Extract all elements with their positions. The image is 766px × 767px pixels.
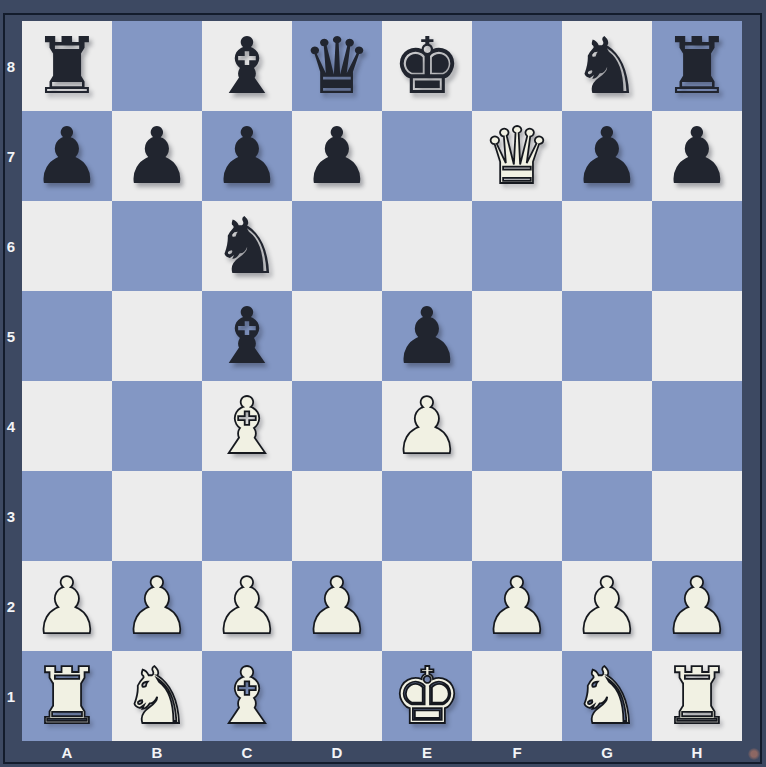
square-h7[interactable]: ♟: [652, 111, 742, 201]
square-f3[interactable]: [472, 471, 562, 561]
white-pawn[interactable]: ♟: [562, 561, 652, 651]
square-g5[interactable]: [562, 291, 652, 381]
square-c2[interactable]: ♟: [202, 561, 292, 651]
file-label-a: A: [22, 741, 112, 764]
square-d6[interactable]: [292, 201, 382, 291]
square-d4[interactable]: [292, 381, 382, 471]
white-bishop[interactable]: ♝: [202, 381, 292, 471]
square-a1[interactable]: ♜: [22, 651, 112, 741]
square-b3[interactable]: [112, 471, 202, 561]
black-pawn[interactable]: ♟: [112, 111, 202, 201]
square-c6[interactable]: ♞: [202, 201, 292, 291]
square-c3[interactable]: [202, 471, 292, 561]
rank-label-3: 3: [0, 471, 22, 561]
rank-label-4: 4: [0, 381, 22, 471]
file-label-h: H: [652, 741, 742, 764]
white-pawn[interactable]: ♟: [112, 561, 202, 651]
rank-label-8: 8: [0, 21, 22, 111]
rank-label-2: 2: [0, 561, 22, 651]
square-e1[interactable]: ♚: [382, 651, 472, 741]
white-rook[interactable]: ♜: [22, 651, 112, 741]
rank-labels: 87654321: [0, 21, 22, 741]
square-h6[interactable]: [652, 201, 742, 291]
square-g1[interactable]: ♞: [562, 651, 652, 741]
square-f2[interactable]: ♟: [472, 561, 562, 651]
black-king[interactable]: ♚: [382, 21, 472, 111]
file-label-b: B: [112, 741, 202, 764]
square-e2[interactable]: [382, 561, 472, 651]
file-label-e: E: [382, 741, 472, 764]
square-f8[interactable]: [472, 21, 562, 111]
white-knight[interactable]: ♞: [112, 651, 202, 741]
square-e8[interactable]: ♚: [382, 21, 472, 111]
square-e4[interactable]: ♟: [382, 381, 472, 471]
file-label-f: F: [472, 741, 562, 764]
black-pawn[interactable]: ♟: [22, 111, 112, 201]
square-h1[interactable]: ♜: [652, 651, 742, 741]
square-a4[interactable]: [22, 381, 112, 471]
square-e5[interactable]: ♟: [382, 291, 472, 381]
square-h4[interactable]: [652, 381, 742, 471]
square-d5[interactable]: [292, 291, 382, 381]
white-pawn[interactable]: ♟: [652, 561, 742, 651]
rank-label-6: 6: [0, 201, 22, 291]
square-f5[interactable]: [472, 291, 562, 381]
square-a2[interactable]: ♟: [22, 561, 112, 651]
square-c5[interactable]: ♝: [202, 291, 292, 381]
board: ♜♝♛♚♞♜♟♟♟♟♛♟♟♞♝♟♝♟♟♟♟♟♟♟♟♜♞♝♚♞♜: [22, 21, 742, 741]
square-g6[interactable]: [562, 201, 652, 291]
black-rook[interactable]: ♜: [652, 21, 742, 111]
black-queen[interactable]: ♛: [292, 21, 382, 111]
white-rook[interactable]: ♜: [652, 651, 742, 741]
square-h3[interactable]: [652, 471, 742, 561]
square-a6[interactable]: [22, 201, 112, 291]
black-pawn[interactable]: ♟: [652, 111, 742, 201]
square-d8[interactable]: ♛: [292, 21, 382, 111]
black-rook[interactable]: ♜: [22, 21, 112, 111]
square-a8[interactable]: ♜: [22, 21, 112, 111]
square-g4[interactable]: [562, 381, 652, 471]
square-h8[interactable]: ♜: [652, 21, 742, 111]
square-g3[interactable]: [562, 471, 652, 561]
square-h2[interactable]: ♟: [652, 561, 742, 651]
white-pawn[interactable]: ♟: [22, 561, 112, 651]
square-c4[interactable]: ♝: [202, 381, 292, 471]
square-e6[interactable]: [382, 201, 472, 291]
white-king[interactable]: ♚: [382, 651, 472, 741]
black-knight[interactable]: ♞: [562, 21, 652, 111]
file-label-d: D: [292, 741, 382, 764]
square-f6[interactable]: [472, 201, 562, 291]
square-b8[interactable]: [112, 21, 202, 111]
square-h5[interactable]: [652, 291, 742, 381]
black-bishop[interactable]: ♝: [202, 291, 292, 381]
black-pawn[interactable]: ♟: [562, 111, 652, 201]
square-f4[interactable]: [472, 381, 562, 471]
square-b5[interactable]: [112, 291, 202, 381]
square-b1[interactable]: ♞: [112, 651, 202, 741]
white-pawn[interactable]: ♟: [472, 561, 562, 651]
square-a3[interactable]: [22, 471, 112, 561]
square-g8[interactable]: ♞: [562, 21, 652, 111]
rank-label-5: 5: [0, 291, 22, 381]
square-c7[interactable]: ♟: [202, 111, 292, 201]
white-knight[interactable]: ♞: [562, 651, 652, 741]
white-queen[interactable]: ♛: [472, 111, 562, 201]
white-bishop[interactable]: ♝: [202, 651, 292, 741]
square-a7[interactable]: ♟: [22, 111, 112, 201]
corner-dot: [748, 748, 760, 760]
file-label-c: C: [202, 741, 292, 764]
square-b2[interactable]: ♟: [112, 561, 202, 651]
square-d3[interactable]: [292, 471, 382, 561]
square-f1[interactable]: [472, 651, 562, 741]
black-bishop[interactable]: ♝: [202, 21, 292, 111]
square-b4[interactable]: [112, 381, 202, 471]
rank-label-7: 7: [0, 111, 22, 201]
square-a5[interactable]: [22, 291, 112, 381]
black-pawn[interactable]: ♟: [202, 111, 292, 201]
black-pawn[interactable]: ♟: [292, 111, 382, 201]
square-g2[interactable]: ♟: [562, 561, 652, 651]
black-pawn[interactable]: ♟: [382, 291, 472, 381]
square-c1[interactable]: ♝: [202, 651, 292, 741]
square-e3[interactable]: [382, 471, 472, 561]
square-b7[interactable]: ♟: [112, 111, 202, 201]
file-labels: ABCDEFGH: [22, 741, 742, 764]
square-d1[interactable]: [292, 651, 382, 741]
square-g7[interactable]: ♟: [562, 111, 652, 201]
white-pawn[interactable]: ♟: [292, 561, 382, 651]
rank-label-1: 1: [0, 651, 22, 741]
square-d7[interactable]: ♟: [292, 111, 382, 201]
square-f7[interactable]: ♛: [472, 111, 562, 201]
file-label-g: G: [562, 741, 652, 764]
chess-diagram: 87654321 ♜♝♛♚♞♜♟♟♟♟♛♟♟♞♝♟♝♟♟♟♟♟♟♟♟♜♞♝♚♞♜…: [0, 0, 766, 767]
square-c8[interactable]: ♝: [202, 21, 292, 111]
square-b6[interactable]: [112, 201, 202, 291]
white-pawn[interactable]: ♟: [202, 561, 292, 651]
square-e7[interactable]: [382, 111, 472, 201]
white-pawn[interactable]: ♟: [382, 381, 472, 471]
square-d2[interactable]: ♟: [292, 561, 382, 651]
black-knight[interactable]: ♞: [202, 201, 292, 291]
